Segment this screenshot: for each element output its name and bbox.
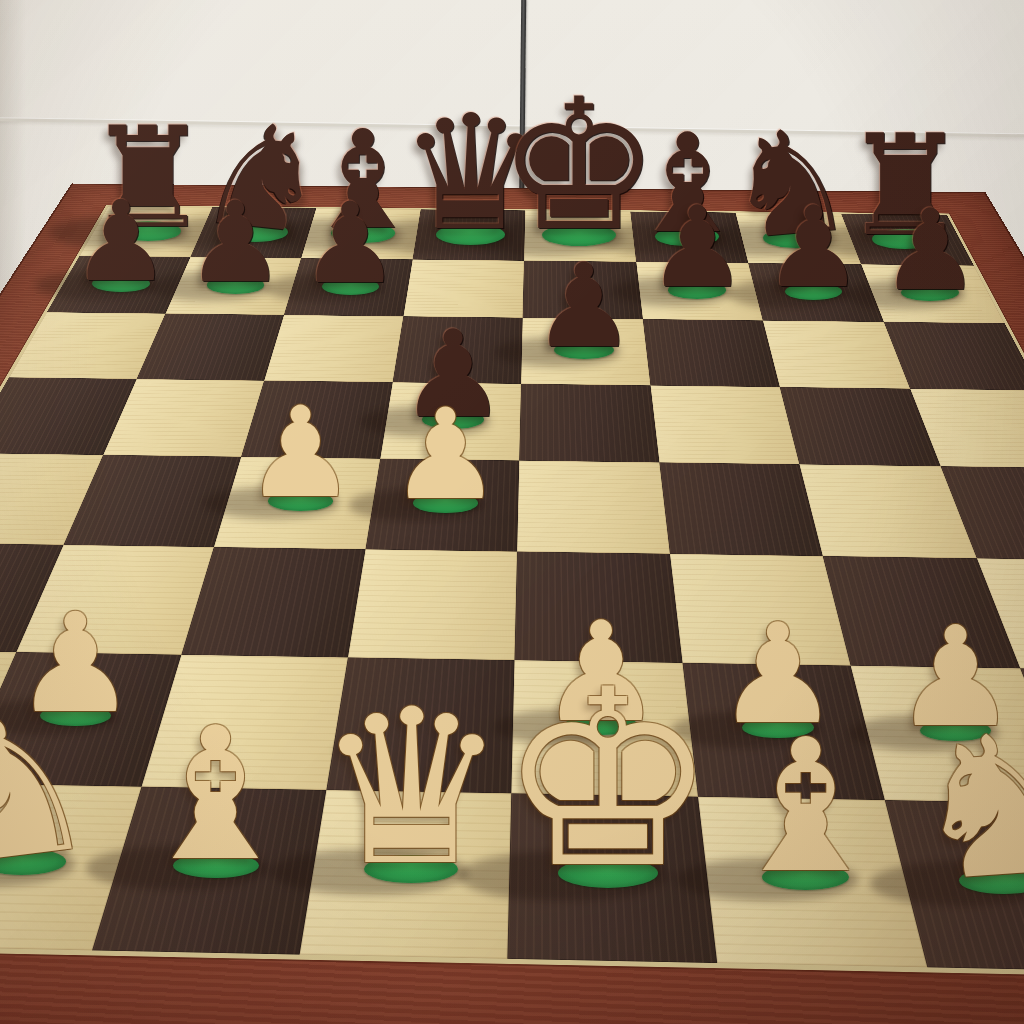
square-e5[interactable]	[519, 384, 659, 463]
square-c3[interactable]	[181, 547, 365, 658]
square-d3[interactable]	[348, 549, 518, 660]
photo-scene: ♜♞♝♛♚♝♞♜♟♟♟♟♟♟♟♟♟♟♟♟♟♟♟♟♜♞♝♛♚♝♞♜	[0, 0, 1024, 1024]
square-f4[interactable]	[659, 462, 823, 555]
square-e4[interactable]	[517, 461, 669, 554]
piece-black-pawn-a7[interactable]: ♟	[71, 186, 171, 297]
piece-white-knight-g1[interactable]: ♞	[904, 705, 1024, 910]
piece-white-bishop-c1[interactable]: ♝	[134, 704, 298, 887]
piece-white-bishop-f1[interactable]: ♝	[723, 715, 888, 899]
piece-black-pawn-e6[interactable]: ♟	[532, 248, 636, 364]
piece-black-pawn-c7[interactable]: ♟	[300, 188, 400, 300]
square-f6[interactable]	[643, 319, 780, 387]
piece-black-pawn-h7[interactable]: ♟	[880, 194, 980, 306]
piece-white-pawn-c4[interactable]: ♟	[244, 391, 356, 516]
piece-white-king-e1[interactable]: ♚	[498, 658, 717, 903]
square-c6[interactable]	[264, 315, 403, 382]
square-f5[interactable]	[650, 385, 799, 464]
piece-white-queen-d1[interactable]: ♛	[315, 681, 507, 895]
piece-black-pawn-b7[interactable]: ♟	[185, 187, 285, 299]
piece-white-pawn-d4[interactable]: ♟	[389, 393, 501, 518]
piece-black-pawn-f7[interactable]: ♟	[647, 192, 747, 304]
piece-black-pawn-g7[interactable]: ♟	[763, 193, 863, 305]
